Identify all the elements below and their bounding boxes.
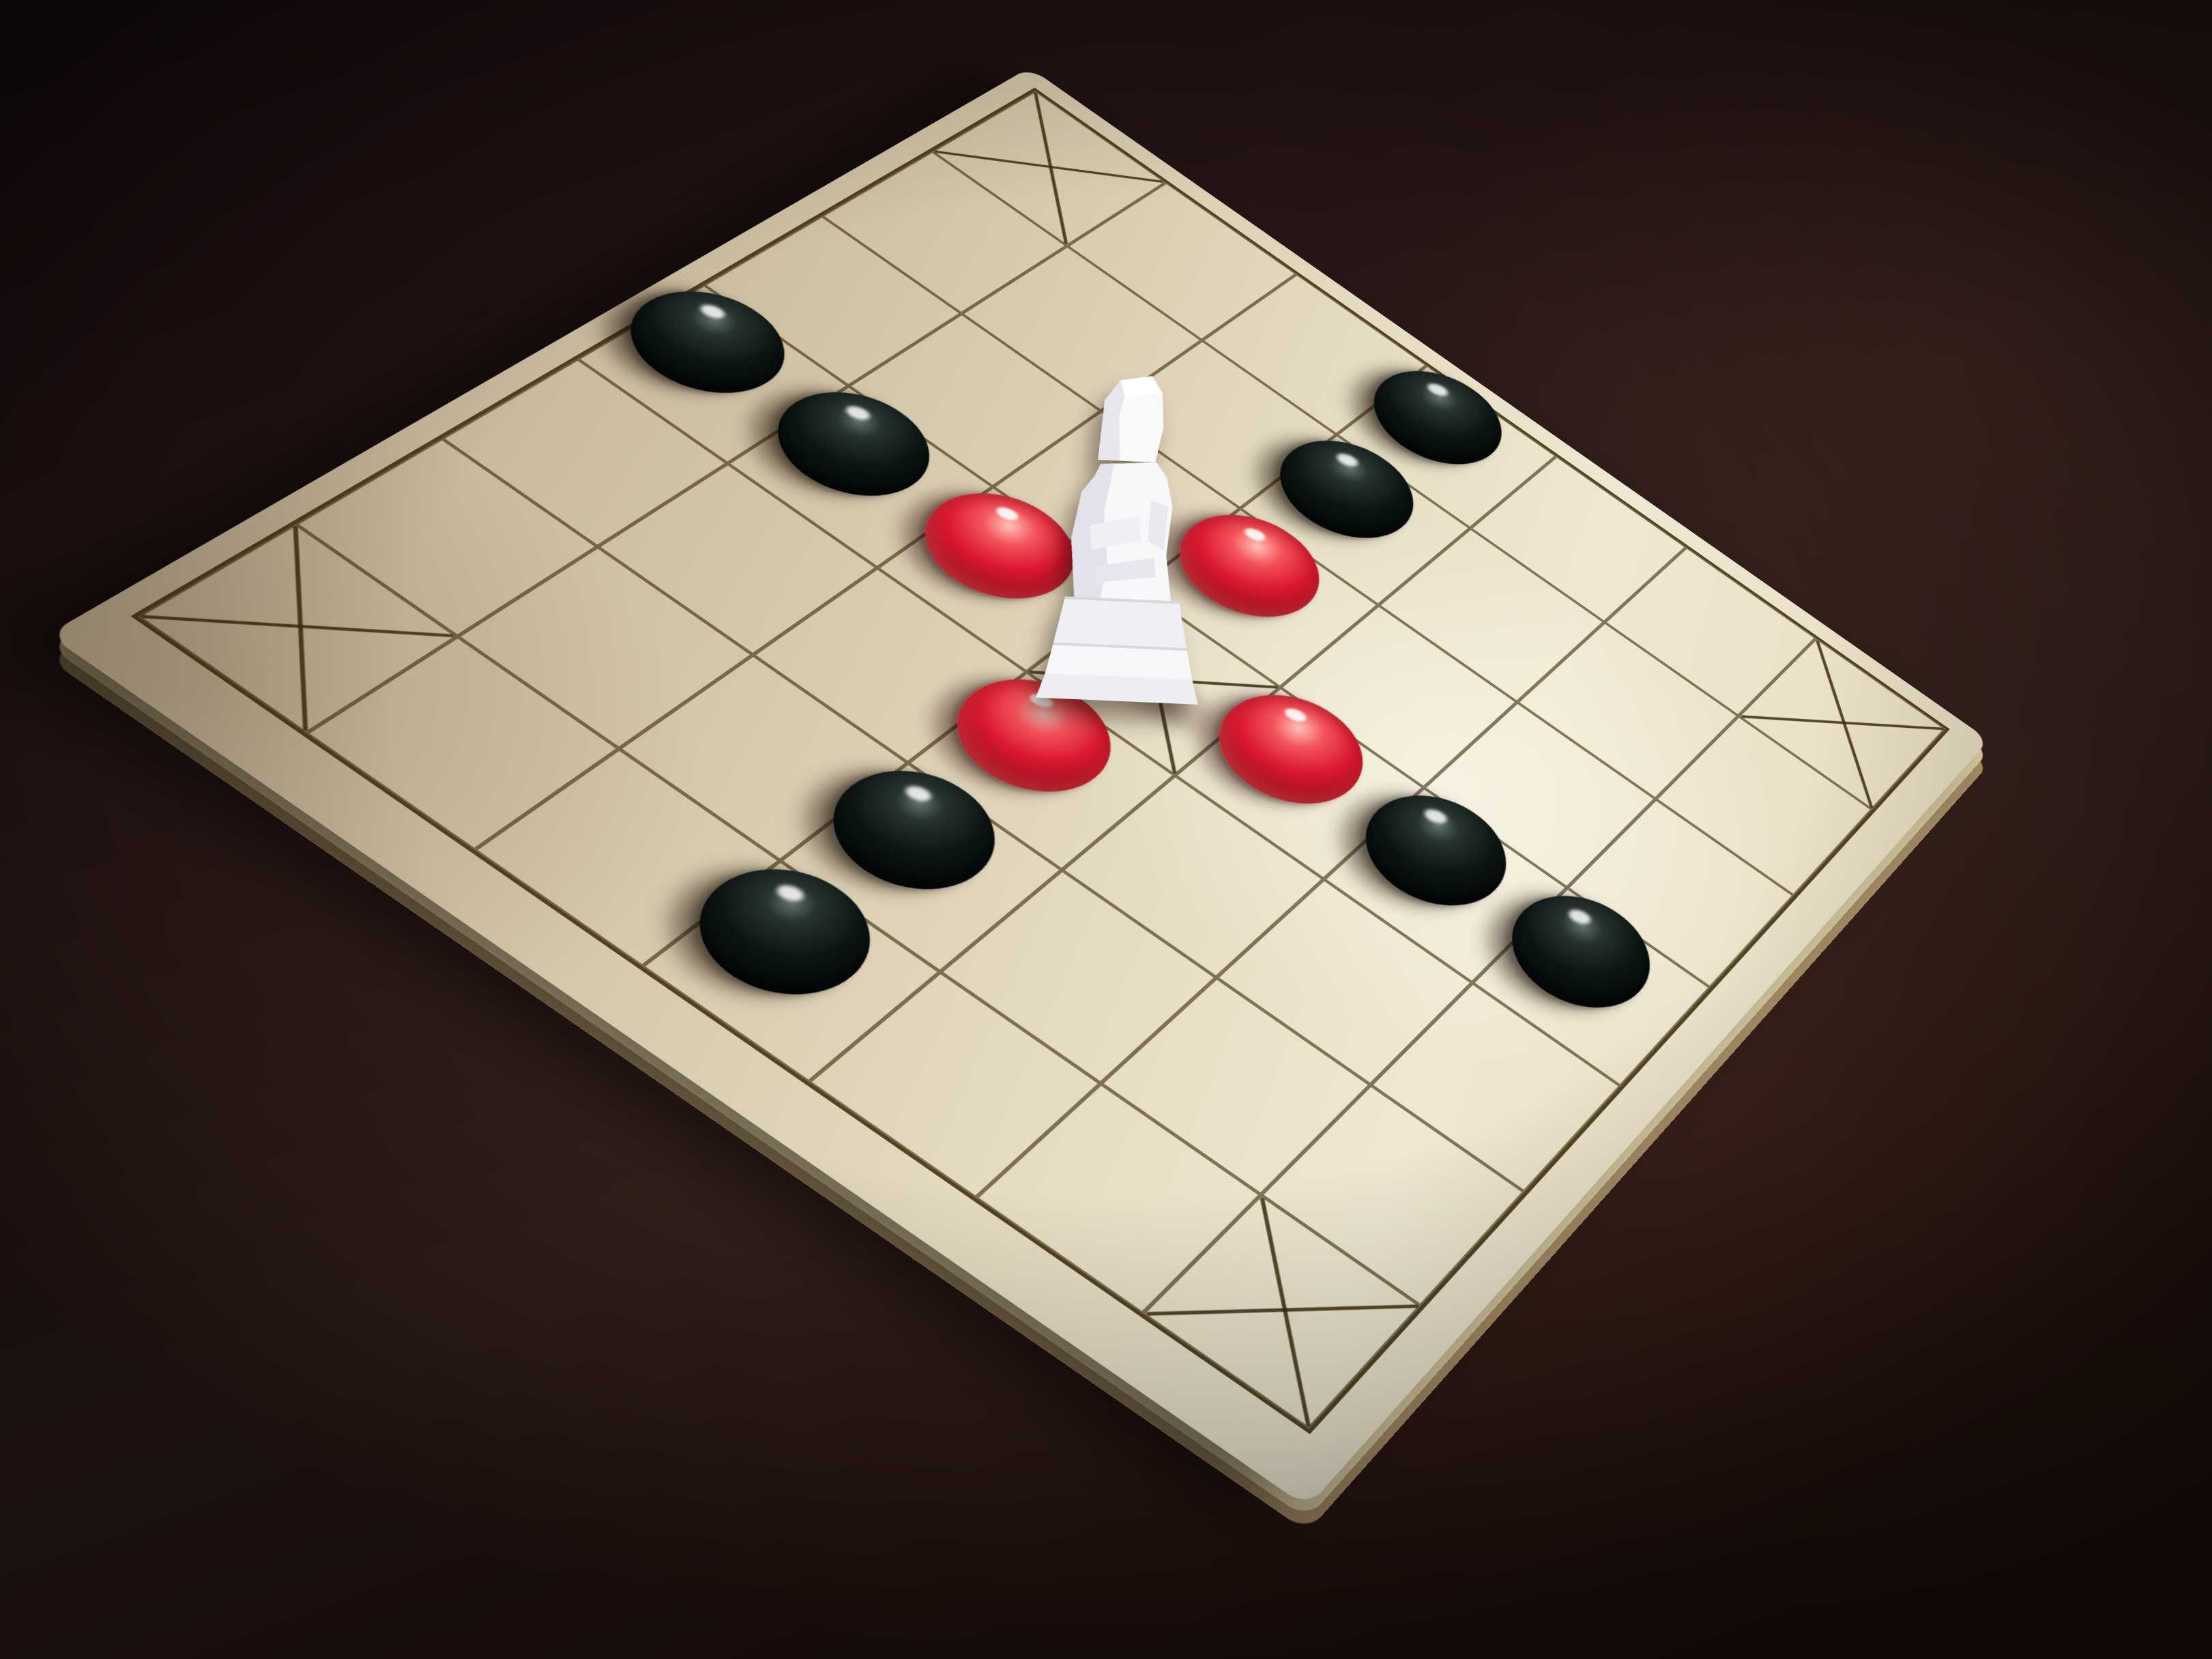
board-grid [130,87,1949,1434]
corner-x-mark [293,526,308,731]
white-king-piece[interactable] [1005,331,1247,726]
scene-photo: Brandubh (7x7 tafl / hnefatafl family) —… [0,0,2212,1659]
game-board [48,68,1989,1508]
